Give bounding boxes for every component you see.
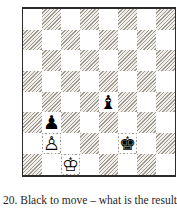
square-e3 — [99, 112, 118, 133]
square-a4 — [23, 92, 42, 113]
square-b4 — [42, 92, 61, 113]
square-g5 — [137, 71, 156, 92]
square-c1: ♔ — [61, 154, 80, 175]
square-g3 — [137, 112, 156, 133]
square-d6 — [80, 50, 99, 71]
white-king: ♔ — [62, 155, 79, 174]
square-a6 — [23, 50, 42, 71]
square-h1 — [156, 154, 175, 175]
square-d5 — [80, 71, 99, 92]
square-c7 — [61, 30, 80, 51]
square-c5 — [61, 71, 80, 92]
square-f5 — [118, 71, 137, 92]
puzzle-caption: 20. Black to move – what is the result? — [3, 194, 177, 206]
square-e1 — [99, 154, 118, 175]
square-h2 — [156, 133, 175, 154]
square-g1 — [137, 154, 156, 175]
square-c2 — [61, 133, 80, 154]
square-g6 — [137, 50, 156, 71]
square-f1 — [118, 154, 137, 175]
square-h5 — [156, 71, 175, 92]
square-c6 — [61, 50, 80, 71]
square-c3 — [61, 112, 80, 133]
black-bishop: ♝ — [100, 93, 117, 112]
square-b2: ♙ — [42, 133, 61, 154]
black-pawn: ♟ — [43, 113, 60, 132]
square-g2 — [137, 133, 156, 154]
square-b6 — [42, 50, 61, 71]
square-d3 — [80, 112, 99, 133]
square-d1 — [80, 154, 99, 175]
square-e7 — [99, 30, 118, 51]
square-e8 — [99, 9, 118, 30]
chess-board: ♝♟♙♚♔ — [22, 7, 176, 177]
black-king: ♚ — [119, 134, 136, 153]
square-c4 — [61, 92, 80, 113]
square-b3: ♟ — [42, 112, 61, 133]
square-h7 — [156, 30, 175, 51]
square-a3 — [23, 112, 42, 133]
square-f2: ♚ — [118, 133, 137, 154]
square-b7 — [42, 30, 61, 51]
square-a5 — [23, 71, 42, 92]
square-a1 — [23, 154, 42, 175]
square-f4 — [118, 92, 137, 113]
square-g4 — [137, 92, 156, 113]
square-h8 — [156, 9, 175, 30]
square-f8 — [118, 9, 137, 30]
square-h6 — [156, 50, 175, 71]
square-e6 — [99, 50, 118, 71]
square-d7 — [80, 30, 99, 51]
square-b8 — [42, 9, 61, 30]
square-h4 — [156, 92, 175, 113]
square-d8 — [80, 9, 99, 30]
scanned-puzzle-page: ♝♟♙♚♔ 20. Black to move – what is the re… — [0, 0, 177, 214]
square-a2 — [23, 133, 42, 154]
square-a8 — [23, 9, 42, 30]
square-g8 — [137, 9, 156, 30]
square-e2 — [99, 133, 118, 154]
square-f7 — [118, 30, 137, 51]
square-f3 — [118, 112, 137, 133]
square-d2 — [80, 133, 99, 154]
square-a7 — [23, 30, 42, 51]
square-e5 — [99, 71, 118, 92]
square-h3 — [156, 112, 175, 133]
square-b1 — [42, 154, 61, 175]
square-c8 — [61, 9, 80, 30]
square-b5 — [42, 71, 61, 92]
square-f6 — [118, 50, 137, 71]
square-d4 — [80, 92, 99, 113]
square-e4: ♝ — [99, 92, 118, 113]
white-pawn: ♙ — [43, 134, 60, 153]
square-g7 — [137, 30, 156, 51]
